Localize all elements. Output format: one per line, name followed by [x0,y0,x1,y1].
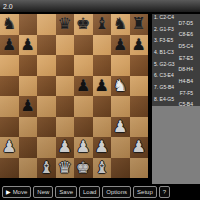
move-button[interactable]: ▶ Move [2,186,31,198]
load-button[interactable]: Load [79,186,100,198]
square-a7[interactable]: ♟ [0,35,19,56]
title-bar: 2.0 [0,0,200,13]
square-h1[interactable] [130,158,149,179]
piece-black-pawn: ♟ [130,35,149,56]
square-d2[interactable]: ♟ [56,137,75,158]
square-a4[interactable] [0,96,19,117]
piece-white-pawn: ♟ [74,137,93,158]
square-e3[interactable] [74,117,93,138]
square-h4[interactable] [130,96,149,117]
square-h2[interactable]: ♟ [130,137,149,158]
square-b6[interactable] [19,55,38,76]
piece-black-bishop: ♝ [93,14,112,35]
square-c8[interactable] [37,14,56,35]
piece-black-knight: ♞ [111,14,130,35]
square-e6[interactable] [74,55,93,76]
square-b7[interactable]: ♟ [19,35,38,56]
piece-white-pawn: ♟ [0,137,19,158]
square-f7[interactable] [93,35,112,56]
engine-version-label: 2.0 [3,3,13,10]
black-move: C5-B4 [154,102,198,106]
square-f8[interactable]: ♝ [93,14,112,35]
square-g4[interactable] [111,96,130,117]
piece-black-pawn: ♟ [19,96,38,117]
square-g8[interactable]: ♞ [111,14,130,35]
square-d1[interactable]: ♛ [56,158,75,179]
square-f3[interactable] [93,117,112,138]
square-b1[interactable] [19,158,38,179]
piece-black-queen: ♛ [56,14,75,35]
piece-black-pawn: ♟ [93,76,112,97]
piece-black-pawn: ♟ [74,76,93,97]
setup-button[interactable]: Setup [133,186,157,198]
move-row-5: 5. G2-G3D8-H4 [154,62,198,73]
move-row-4: 4. B1-C3E7-E5 [154,50,198,61]
square-d6[interactable] [56,55,75,76]
piece-white-bishop: ♝ [37,158,56,179]
square-h5[interactable] [130,76,149,97]
square-f1[interactable]: ♝ [93,158,112,179]
piece-black-pawn: ♟ [111,35,130,56]
square-h3[interactable] [130,117,149,138]
save-button[interactable]: Save [55,186,77,198]
square-d7[interactable] [56,35,75,56]
move-list[interactable]: 1. C2-C4D7-D52. G1-F3C8-E63. F3-E5D5-C44… [152,14,200,106]
move-row-7: 7. G5-B4F7-F5 [154,85,198,96]
square-h6[interactable] [130,55,149,76]
square-f5[interactable]: ♟ [93,76,112,97]
square-c4[interactable] [37,96,56,117]
piece-white-pawn: ♟ [130,137,149,158]
square-c1[interactable]: ♝ [37,158,56,179]
square-d4[interactable] [56,96,75,117]
square-b2[interactable] [19,137,38,158]
piece-white-pawn: ♟ [93,137,112,158]
new-button[interactable]: New [33,186,53,198]
square-f4[interactable] [93,96,112,117]
square-f2[interactable]: ♟ [93,137,112,158]
move-row-6: 6. C3-E4H4-B4 [154,73,198,84]
bottom-toolbar: ▶ Move New Save Load Options Setup ? [0,184,200,200]
square-g5[interactable]: ♞ [111,76,130,97]
square-g3[interactable]: ♟ [111,117,130,138]
move-row-3: 3. F3-E5D5-C4 [154,38,198,49]
piece-black-pawn: ♟ [0,35,19,56]
options-button[interactable]: Options [102,186,131,198]
square-f6[interactable] [93,55,112,76]
square-e4[interactable] [74,96,93,117]
piece-black-knight: ♞ [0,14,19,35]
square-a6[interactable] [0,55,19,76]
move-row-2: 2. G1-F3C8-E6 [154,27,198,38]
piece-white-pawn: ♟ [111,117,130,138]
side-panel: 1. C2-C4D7-D52. G1-F3C8-E63. F3-E5D5-C44… [152,14,200,184]
square-e8[interactable]: ♚ [74,14,93,35]
square-c7[interactable] [37,35,56,56]
square-g1[interactable] [111,158,130,179]
square-e7[interactable] [74,35,93,56]
square-a3[interactable] [0,117,19,138]
square-a5[interactable] [0,76,19,97]
square-b3[interactable] [19,117,38,138]
square-e1[interactable]: ♚ [74,158,93,179]
square-b4[interactable]: ♟ [19,96,38,117]
square-h8[interactable]: ♜ [130,14,149,35]
move-row-8: 8. E4-G5C5-B4 [154,97,198,106]
piece-black-rook: ♜ [130,14,149,35]
piece-black-pawn: ♟ [19,35,38,56]
piece-white-knight: ♞ [111,76,130,97]
piece-black-king: ♚ [74,14,93,35]
square-a1[interactable] [0,158,19,179]
square-e2[interactable]: ♟ [74,137,93,158]
square-d3[interactable] [56,117,75,138]
move-row-1: 1. C2-C4D7-D5 [154,15,198,26]
square-c5[interactable] [37,76,56,97]
square-g7[interactable]: ♟ [111,35,130,56]
square-c6[interactable] [37,55,56,76]
square-g2[interactable] [111,137,130,158]
piece-white-bishop: ♝ [93,158,112,179]
play-icon: ▶ [6,188,11,196]
chess-board[interactable]: ♞♛♚♝♞♜♟♟♟♟♟♟♞♟♟♟♟♟♟♟♝♛♚♝ [0,14,148,178]
square-c3[interactable] [37,117,56,138]
square-b5[interactable] [19,76,38,97]
square-c2[interactable] [37,137,56,158]
square-a8[interactable]: ♞ [0,14,19,35]
square-e5[interactable]: ♟ [74,76,93,97]
square-g6[interactable] [111,55,130,76]
square-h7[interactable]: ♟ [130,35,149,56]
piece-white-pawn: ♟ [56,137,75,158]
square-d8[interactable]: ♛ [56,14,75,35]
square-d5[interactable] [56,76,75,97]
help-button[interactable]: ? [159,186,170,198]
square-b8[interactable] [19,14,38,35]
square-a2[interactable]: ♟ [0,137,19,158]
piece-white-queen: ♛ [56,158,75,179]
piece-white-king: ♚ [74,158,93,179]
